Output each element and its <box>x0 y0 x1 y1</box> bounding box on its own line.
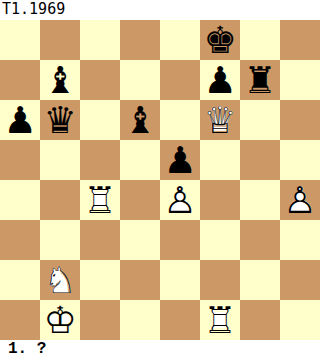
square-c5[interactable] <box>80 140 120 180</box>
square-g7[interactable]: ♜ <box>240 60 280 100</box>
piece-black-bishop: ♝ <box>40 60 80 100</box>
square-a2[interactable] <box>0 260 40 300</box>
square-e3[interactable] <box>160 220 200 260</box>
square-e6[interactable] <box>160 100 200 140</box>
puzzle-title: T1.1969 <box>0 0 320 20</box>
move-prompt: 1. ? <box>0 340 320 360</box>
square-c4[interactable]: ♜♖ <box>80 180 120 220</box>
square-h8[interactable] <box>280 20 320 60</box>
square-d8[interactable] <box>120 20 160 60</box>
square-b2[interactable]: ♞♘ <box>40 260 80 300</box>
piece-white-rook: ♜♖ <box>80 180 120 220</box>
square-d1[interactable] <box>120 300 160 340</box>
square-e2[interactable] <box>160 260 200 300</box>
square-a6[interactable]: ♟ <box>0 100 40 140</box>
square-d6[interactable]: ♝ <box>120 100 160 140</box>
square-a7[interactable] <box>0 60 40 100</box>
square-f3[interactable] <box>200 220 240 260</box>
square-c7[interactable] <box>80 60 120 100</box>
square-b5[interactable] <box>40 140 80 180</box>
square-e5[interactable]: ♟ <box>160 140 200 180</box>
square-h6[interactable] <box>280 100 320 140</box>
square-c6[interactable] <box>80 100 120 140</box>
square-h4[interactable]: ♟♙ <box>280 180 320 220</box>
piece-white-knight: ♞♘ <box>40 260 80 300</box>
square-a4[interactable] <box>0 180 40 220</box>
piece-black-pawn: ♟ <box>200 60 240 100</box>
square-e4[interactable]: ♟♙ <box>160 180 200 220</box>
square-g4[interactable] <box>240 180 280 220</box>
square-h5[interactable] <box>280 140 320 180</box>
square-e8[interactable] <box>160 20 200 60</box>
square-f5[interactable] <box>200 140 240 180</box>
square-h3[interactable] <box>280 220 320 260</box>
square-f2[interactable] <box>200 260 240 300</box>
square-b6[interactable]: ♛ <box>40 100 80 140</box>
square-g1[interactable] <box>240 300 280 340</box>
square-f4[interactable] <box>200 180 240 220</box>
square-a8[interactable] <box>0 20 40 60</box>
piece-white-pawn: ♟♙ <box>280 180 320 220</box>
piece-black-queen: ♛ <box>40 100 80 140</box>
piece-white-queen: ♛♕ <box>200 100 240 140</box>
square-a5[interactable] <box>0 140 40 180</box>
piece-black-king: ♚ <box>200 20 240 60</box>
square-b8[interactable] <box>40 20 80 60</box>
square-c2[interactable] <box>80 260 120 300</box>
square-f6[interactable]: ♛♕ <box>200 100 240 140</box>
square-c3[interactable] <box>80 220 120 260</box>
piece-white-king: ♚♔ <box>40 300 80 340</box>
square-f7[interactable]: ♟ <box>200 60 240 100</box>
square-d3[interactable] <box>120 220 160 260</box>
square-f8[interactable]: ♚ <box>200 20 240 60</box>
square-h7[interactable] <box>280 60 320 100</box>
square-d2[interactable] <box>120 260 160 300</box>
square-h2[interactable] <box>280 260 320 300</box>
square-d4[interactable] <box>120 180 160 220</box>
piece-black-bishop: ♝ <box>120 100 160 140</box>
square-b1[interactable]: ♚♔ <box>40 300 80 340</box>
square-d7[interactable] <box>120 60 160 100</box>
square-h1[interactable] <box>280 300 320 340</box>
square-g8[interactable] <box>240 20 280 60</box>
square-a1[interactable] <box>0 300 40 340</box>
chess-puzzle-screen: T1.1969 ♚♝♟♜♟♛♝♛♕♟♜♖♟♙♟♙♞♘♚♔♜♖ 1. ? <box>0 0 320 360</box>
square-c1[interactable] <box>80 300 120 340</box>
piece-white-rook: ♜♖ <box>200 300 240 340</box>
chess-board: ♚♝♟♜♟♛♝♛♕♟♜♖♟♙♟♙♞♘♚♔♜♖ <box>0 20 320 340</box>
piece-black-pawn: ♟ <box>160 140 200 180</box>
square-b3[interactable] <box>40 220 80 260</box>
square-g5[interactable] <box>240 140 280 180</box>
square-g2[interactable] <box>240 260 280 300</box>
square-a3[interactable] <box>0 220 40 260</box>
square-g3[interactable] <box>240 220 280 260</box>
square-c8[interactable] <box>80 20 120 60</box>
square-e7[interactable] <box>160 60 200 100</box>
square-b4[interactable] <box>40 180 80 220</box>
square-g6[interactable] <box>240 100 280 140</box>
piece-white-pawn: ♟♙ <box>160 180 200 220</box>
piece-black-rook: ♜ <box>240 60 280 100</box>
square-b7[interactable]: ♝ <box>40 60 80 100</box>
square-f1[interactable]: ♜♖ <box>200 300 240 340</box>
piece-black-pawn: ♟ <box>0 100 40 140</box>
square-e1[interactable] <box>160 300 200 340</box>
square-d5[interactable] <box>120 140 160 180</box>
